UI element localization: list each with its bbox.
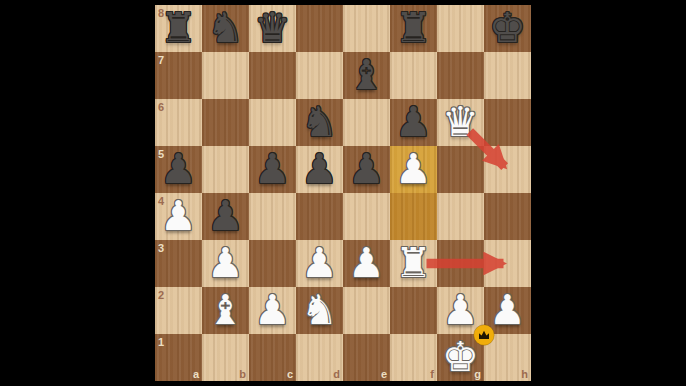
square-f3[interactable]: ♜	[390, 240, 437, 287]
square-c8[interactable]: ♛	[249, 5, 296, 52]
piece-white-pawn[interactable]: ♟	[442, 290, 479, 331]
square-f1[interactable]: f	[390, 334, 437, 381]
square-e7[interactable]: ♝	[343, 52, 390, 99]
square-f2[interactable]	[390, 287, 437, 334]
square-f5[interactable]: ♟	[390, 146, 437, 193]
square-f6[interactable]: ♟	[390, 99, 437, 146]
piece-black-king[interactable]: ♚	[489, 8, 526, 49]
square-h6[interactable]	[484, 99, 531, 146]
square-d8[interactable]	[296, 5, 343, 52]
square-b8[interactable]: ♞	[202, 5, 249, 52]
square-h3[interactable]	[484, 240, 531, 287]
square-c2[interactable]: ♟	[249, 287, 296, 334]
square-b1[interactable]: b	[202, 334, 249, 381]
piece-white-rook[interactable]: ♜	[395, 243, 432, 284]
square-d2[interactable]: ♞	[296, 287, 343, 334]
piece-white-pawn[interactable]: ♟	[160, 196, 197, 237]
square-b3[interactable]: ♟	[202, 240, 249, 287]
square-e1[interactable]: e	[343, 334, 390, 381]
piece-black-pawn[interactable]: ♟	[160, 149, 197, 190]
square-h5[interactable]	[484, 146, 531, 193]
piece-white-knight[interactable]: ♞	[301, 290, 338, 331]
piece-black-knight[interactable]: ♞	[301, 102, 338, 143]
piece-white-pawn[interactable]: ♟	[207, 243, 244, 284]
square-d7[interactable]	[296, 52, 343, 99]
square-e2[interactable]	[343, 287, 390, 334]
square-d3[interactable]: ♟	[296, 240, 343, 287]
square-c5[interactable]: ♟	[249, 146, 296, 193]
file-label-a: a	[193, 368, 199, 380]
square-g6[interactable]: ♛	[437, 99, 484, 146]
square-h1[interactable]: h	[484, 334, 531, 381]
piece-white-pawn[interactable]: ♟	[489, 290, 526, 331]
square-e5[interactable]: ♟	[343, 146, 390, 193]
square-c6[interactable]	[249, 99, 296, 146]
square-c3[interactable]	[249, 240, 296, 287]
square-b4[interactable]: ♟	[202, 193, 249, 240]
square-h2[interactable]: ♟	[484, 287, 531, 334]
rank-label-1: 1	[158, 336, 164, 348]
square-g8[interactable]	[437, 5, 484, 52]
rank-label-2: 2	[158, 289, 164, 301]
square-g2[interactable]: ♟	[437, 287, 484, 334]
square-e3[interactable]: ♟	[343, 240, 390, 287]
square-a7[interactable]: 7	[155, 52, 202, 99]
square-g7[interactable]	[437, 52, 484, 99]
square-a4[interactable]: 4♟	[155, 193, 202, 240]
rank-label-7: 7	[158, 54, 164, 66]
piece-white-bishop[interactable]: ♝	[207, 290, 244, 331]
piece-black-pawn[interactable]: ♟	[254, 149, 291, 190]
square-b5[interactable]	[202, 146, 249, 193]
chess-board: 8♜♞♛♜♚7♝6♞♟♛5♟♟♟♟♟4♟♟3♟♟♟♜2♝♟♞♟♟1abcdefg…	[155, 5, 531, 381]
square-b2[interactable]: ♝	[202, 287, 249, 334]
square-g5[interactable]	[437, 146, 484, 193]
square-c7[interactable]	[249, 52, 296, 99]
square-g3[interactable]	[437, 240, 484, 287]
piece-black-rook[interactable]: ♜	[160, 8, 197, 49]
file-label-f: f	[430, 368, 434, 380]
piece-white-pawn[interactable]: ♟	[395, 149, 432, 190]
piece-black-pawn[interactable]: ♟	[207, 196, 244, 237]
square-e8[interactable]	[343, 5, 390, 52]
square-f7[interactable]	[390, 52, 437, 99]
video-frame: 8♜♞♛♜♚7♝6♞♟♛5♟♟♟♟♟4♟♟3♟♟♟♜2♝♟♞♟♟1abcdefg…	[0, 0, 686, 386]
square-g1[interactable]: g♚	[437, 334, 484, 381]
square-e4[interactable]	[343, 193, 390, 240]
square-a8[interactable]: 8♜	[155, 5, 202, 52]
file-label-d: d	[333, 368, 340, 380]
square-a5[interactable]: 5♟	[155, 146, 202, 193]
rank-label-6: 6	[158, 101, 164, 113]
square-d6[interactable]: ♞	[296, 99, 343, 146]
square-d5[interactable]: ♟	[296, 146, 343, 193]
square-d4[interactable]	[296, 193, 343, 240]
piece-black-knight[interactable]: ♞	[207, 8, 244, 49]
board-grid: 8♜♞♛♜♚7♝6♞♟♛5♟♟♟♟♟4♟♟3♟♟♟♜2♝♟♞♟♟1abcdefg…	[155, 5, 531, 381]
square-b6[interactable]	[202, 99, 249, 146]
square-f4[interactable]	[390, 193, 437, 240]
piece-white-queen[interactable]: ♛	[442, 102, 479, 143]
square-g4[interactable]	[437, 193, 484, 240]
square-h8[interactable]: ♚	[484, 5, 531, 52]
piece-white-pawn[interactable]: ♟	[301, 243, 338, 284]
square-f8[interactable]: ♜	[390, 5, 437, 52]
file-label-c: c	[287, 368, 293, 380]
square-e6[interactable]	[343, 99, 390, 146]
file-label-h: h	[521, 368, 528, 380]
square-d1[interactable]: d	[296, 334, 343, 381]
square-a3[interactable]: 3	[155, 240, 202, 287]
square-h7[interactable]	[484, 52, 531, 99]
square-a2[interactable]: 2	[155, 287, 202, 334]
piece-black-pawn[interactable]: ♟	[395, 102, 432, 143]
square-b7[interactable]	[202, 52, 249, 99]
square-c1[interactable]: c	[249, 334, 296, 381]
file-label-b: b	[239, 368, 246, 380]
piece-black-rook[interactable]: ♜	[395, 8, 432, 49]
file-label-e: e	[381, 368, 387, 380]
square-a1[interactable]: 1a	[155, 334, 202, 381]
piece-black-bishop[interactable]: ♝	[348, 55, 385, 96]
piece-black-pawn[interactable]: ♟	[301, 149, 338, 190]
piece-white-pawn[interactable]: ♟	[254, 290, 291, 331]
square-a6[interactable]: 6	[155, 99, 202, 146]
piece-white-king[interactable]: ♚	[442, 337, 479, 378]
piece-white-pawn[interactable]: ♟	[348, 243, 385, 284]
square-h4[interactable]	[484, 193, 531, 240]
rank-label-3: 3	[158, 242, 164, 254]
square-c4[interactable]	[249, 193, 296, 240]
piece-black-pawn[interactable]: ♟	[348, 149, 385, 190]
piece-black-queen[interactable]: ♛	[254, 8, 291, 49]
